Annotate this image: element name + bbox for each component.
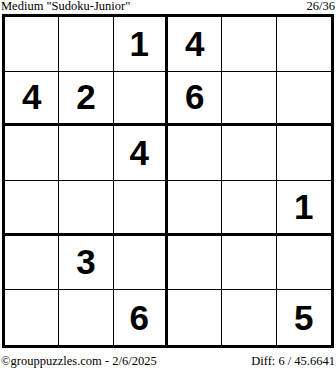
cell-r3c2[interactable] (59, 126, 113, 181)
copyright-text: ©grouppuzzles.com - 2/6/2025 (1, 354, 157, 369)
cell-r6c4[interactable] (168, 290, 222, 345)
footer: ©grouppuzzles.com - 2/6/2025 Diff: 6 / 4… (1, 354, 335, 369)
cell-r5c5[interactable] (222, 236, 276, 291)
cell-r2c2[interactable]: 2 (59, 72, 113, 127)
header: Medium "Sudoku-Junior" 26/36 (1, 0, 335, 13)
cell-r2c4[interactable]: 6 (168, 72, 222, 127)
cell-r5c3[interactable] (114, 236, 168, 291)
cell-r2c6[interactable] (277, 72, 331, 127)
cell-r5c1[interactable] (5, 236, 59, 291)
cell-r4c4[interactable] (168, 181, 222, 236)
cell-r1c4[interactable]: 4 (168, 17, 222, 72)
cell-r4c2[interactable] (59, 181, 113, 236)
cell-r3c6[interactable] (277, 126, 331, 181)
puzzle-page: Medium "Sudoku-Junior" 26/36 1442641365 … (0, 0, 336, 370)
cell-r2c5[interactable] (222, 72, 276, 127)
cell-r5c2[interactable]: 3 (59, 236, 113, 291)
cell-r2c3[interactable] (114, 72, 168, 127)
cell-r6c6[interactable]: 5 (277, 290, 331, 345)
cell-r1c3[interactable]: 1 (114, 17, 168, 72)
difficulty-text: Diff: 6 / 45.6641 (251, 354, 335, 369)
cell-r3c1[interactable] (5, 126, 59, 181)
cell-r4c5[interactable] (222, 181, 276, 236)
cell-r6c2[interactable] (59, 290, 113, 345)
cell-r1c6[interactable] (277, 17, 331, 72)
cell-r1c5[interactable] (222, 17, 276, 72)
cell-r5c4[interactable] (168, 236, 222, 291)
cells-remaining-counter: 26/36 (307, 0, 335, 13)
cell-r4c6[interactable]: 1 (277, 181, 331, 236)
puzzle-title: Medium "Sudoku-Junior" (1, 0, 130, 13)
cell-r6c5[interactable] (222, 290, 276, 345)
cell-r6c3[interactable]: 6 (114, 290, 168, 345)
cell-r3c4[interactable] (168, 126, 222, 181)
cell-r4c3[interactable] (114, 181, 168, 236)
cell-r2c1[interactable]: 4 (5, 72, 59, 127)
cell-r1c1[interactable] (5, 17, 59, 72)
cell-r4c1[interactable] (5, 181, 59, 236)
cell-r6c1[interactable] (5, 290, 59, 345)
cell-r1c2[interactable] (59, 17, 113, 72)
cell-r3c3[interactable]: 4 (114, 126, 168, 181)
cell-r5c6[interactable] (277, 236, 331, 291)
cell-r3c5[interactable] (222, 126, 276, 181)
sudoku-board: 1442641365 (2, 14, 334, 348)
